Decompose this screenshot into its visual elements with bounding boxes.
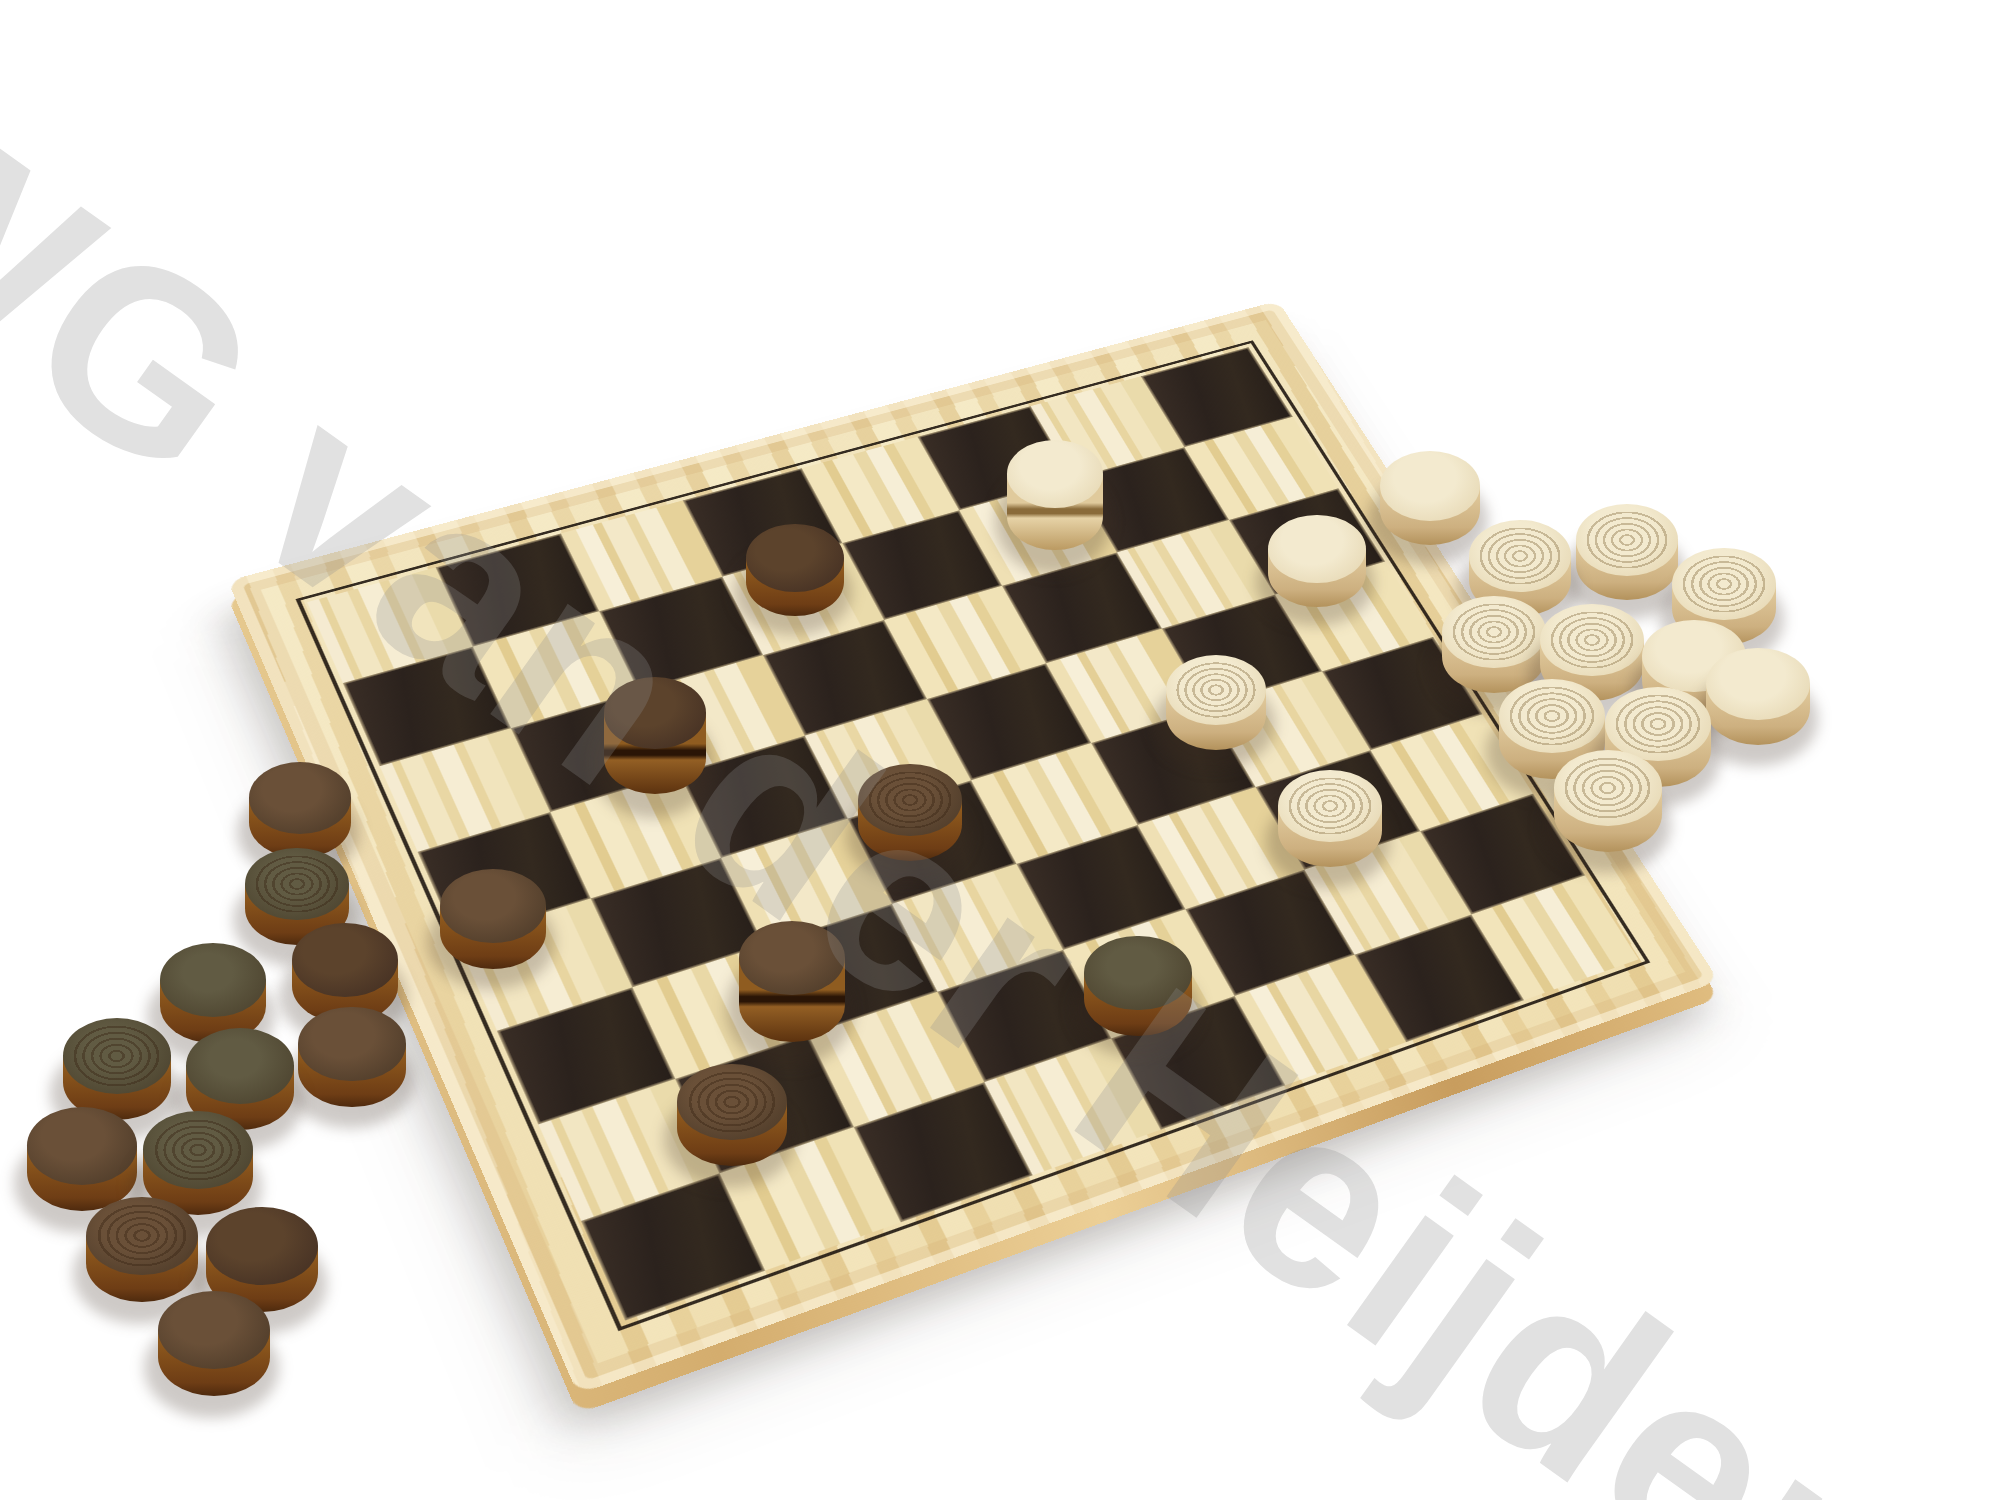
piece-top-face [1706,648,1810,721]
piece-ring-engraving [1583,509,1671,570]
piece-top-face [206,1207,317,1285]
piece-top-face [249,762,351,833]
tray-light-piece-3[interactable] [1576,504,1678,600]
piece-ring-engraving [685,1069,779,1135]
checker-light-g4[interactable] [1166,655,1267,750]
piece-ring-engraving [1173,660,1260,721]
checker-light-h3[interactable] [1268,515,1366,607]
piece-ring-engraving [1561,755,1654,820]
piece-top-face [739,921,845,995]
piece-top-face [298,1007,405,1082]
tray-dark-piece-1[interactable] [249,762,351,858]
piece-top-face [160,943,266,1017]
piece-ring-engraving [94,1202,190,1269]
piece-top-face [1084,936,1191,1011]
piece-top-face [746,524,844,592]
checker-dark-b3[interactable] [604,677,706,793]
piece-ring-engraving [1449,601,1538,664]
piece-top-face [604,677,706,748]
piece-ring-engraving [1547,609,1636,672]
product-photo-checkers: { "game": "checkers", "scene": "overhead… [0,0,2000,1500]
tray-dark-piece-8[interactable] [27,1107,137,1211]
tray-dark-piece-12[interactable] [158,1291,270,1397]
checker-dark-d1[interactable] [746,524,844,616]
piece-ring-engraving [151,1117,246,1183]
piece-ring-engraving [70,1023,163,1088]
piece-top-face [186,1028,294,1104]
piece-ring-engraving [1285,775,1374,838]
piece-ring-engraving [865,769,954,832]
checker-dark-d5[interactable] [858,764,962,862]
checker-light-g6[interactable] [1278,770,1382,868]
checker-dark-e7[interactable] [1084,936,1191,1037]
checker-dark-b7[interactable] [677,1064,786,1167]
tray-light-piece-11[interactable] [1554,750,1662,852]
tray-light-piece-1[interactable] [1380,451,1480,545]
piece-ring-engraving [1679,553,1768,616]
piece-top-face [158,1291,270,1370]
checker-dark-a4[interactable] [440,869,546,969]
piece-top-face [1007,440,1104,508]
piece-top-face [1268,515,1366,583]
piece-ring-engraving [1506,684,1597,748]
checker-dark-c6[interactable] [739,921,845,1042]
piece-ring-engraving [1476,525,1564,586]
tray-dark-piece-5[interactable] [298,1007,405,1108]
pieces-layer [0,0,2000,1500]
piece-ring-engraving [252,853,341,916]
piece-top-face [1380,451,1480,521]
piece-top-face [27,1107,137,1184]
piece-ring-engraving [1612,692,1703,756]
tray-light-piece-10[interactable] [1706,648,1810,746]
piece-top-face [292,923,398,997]
tray-dark-piece-10[interactable] [86,1197,197,1302]
checker-light-f1[interactable] [1007,440,1104,550]
piece-top-face [440,869,546,943]
tray-dark-piece-6[interactable] [63,1018,171,1120]
